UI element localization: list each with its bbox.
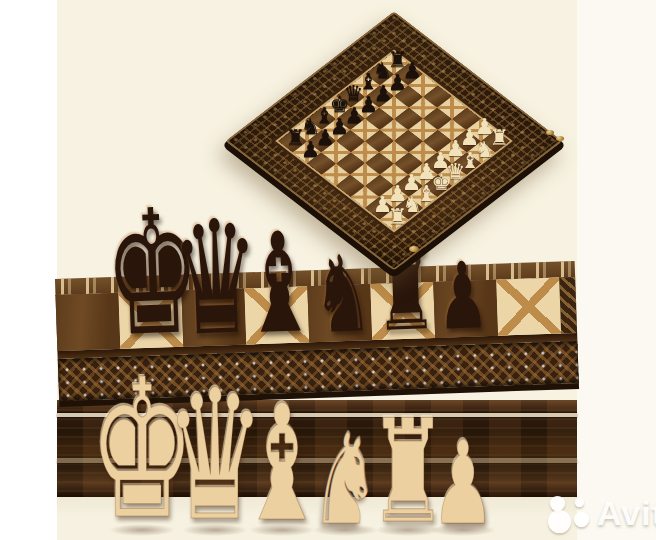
piece-white-rook: ♜ [387, 206, 408, 227]
board-square [496, 278, 561, 336]
hinge-knob [546, 130, 554, 135]
board-right-border [559, 277, 577, 334]
carved-border: ♜♟♟♜♞♟♟♞♝♟♟♝♛♟♟♛♚♟♟♚♝♟♟♝♞♟♟♞♜♟♟♜ [226, 11, 563, 270]
avito-logo [575, 498, 584, 507]
avito-watermark: Avito [548, 493, 654, 539]
piece-white-pawn: ♟ [431, 426, 495, 540]
watermark-text: Avito [597, 494, 656, 533]
left-margin [0, 0, 57, 540]
hinge-knob [556, 136, 564, 141]
product-photo: ♜♟♟♜♞♟♟♞♝♟♟♝♛♟♟♛♚♟♟♚♝♟♟♝♞♟♟♞♜♟♟♜ ♚♛♝♞♜♟ … [57, 0, 577, 540]
chessboard-grid: ♜♟♟♜♞♟♟♞♝♟♟♝♛♟♟♛♚♟♟♚♝♟♟♝♞♟♟♞♜♟♟♜ [278, 52, 510, 231]
piece-black-pawn: ♟ [436, 250, 490, 344]
open-board-angled: ♜♟♟♜♞♟♟♞♝♟♟♝♛♟♟♛♚♟♟♚♝♟♟♝♞♟♟♞♜♟♟♜ [275, 22, 513, 260]
latch-clasp [409, 246, 419, 252]
avito-logo [548, 510, 571, 533]
avito-logo [574, 512, 589, 527]
avito-logo [550, 496, 565, 511]
